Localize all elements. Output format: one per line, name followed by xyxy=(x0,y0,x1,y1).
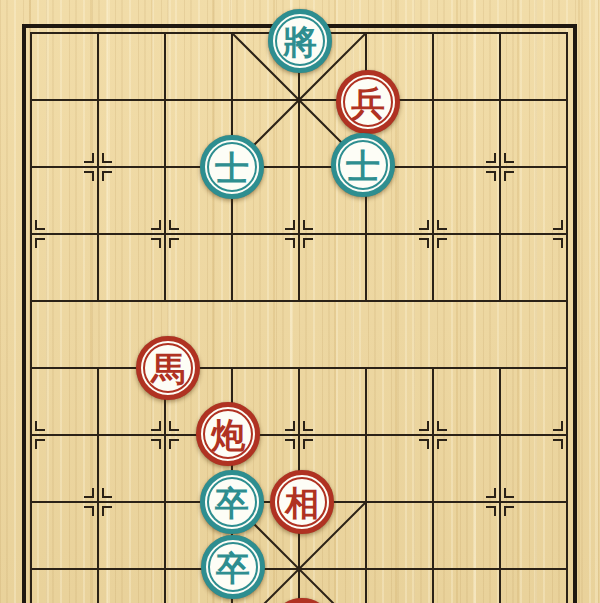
piece-glyph: 士 xyxy=(215,151,249,185)
piece-inner-ring: 士 xyxy=(207,142,257,192)
piece-layer: 將兵士士馬炮卒相卒帥 xyxy=(0,0,600,603)
piece-glyph: 相 xyxy=(285,486,319,520)
piece-black-soldier[interactable]: 卒 xyxy=(201,535,265,599)
piece-black-advisor[interactable]: 士 xyxy=(200,135,264,199)
piece-inner-ring: 相 xyxy=(277,477,327,527)
piece-inner-ring: 兵 xyxy=(343,77,393,127)
piece-inner-ring: 卒 xyxy=(207,477,257,527)
xiangqi-board: 將兵士士馬炮卒相卒帥 xyxy=(0,0,600,603)
piece-glyph: 馬 xyxy=(151,352,185,386)
piece-glyph: 卒 xyxy=(215,486,249,520)
piece-glyph: 士 xyxy=(346,149,380,183)
piece-black-general[interactable]: 將 xyxy=(268,9,332,73)
piece-inner-ring: 炮 xyxy=(203,409,253,459)
piece-red-elephant[interactable]: 相 xyxy=(270,470,334,534)
piece-black-soldier[interactable]: 卒 xyxy=(200,470,264,534)
piece-red-general[interactable]: 帥 xyxy=(270,598,334,603)
piece-glyph: 炮 xyxy=(211,418,245,452)
piece-inner-ring: 馬 xyxy=(143,343,193,393)
piece-black-advisor[interactable]: 士 xyxy=(331,133,395,197)
piece-red-soldier[interactable]: 兵 xyxy=(336,70,400,134)
piece-inner-ring: 士 xyxy=(338,140,388,190)
piece-red-horse[interactable]: 馬 xyxy=(136,336,200,400)
piece-glyph: 將 xyxy=(283,25,317,59)
piece-inner-ring: 將 xyxy=(275,16,325,66)
piece-glyph: 兵 xyxy=(351,86,385,120)
piece-inner-ring: 卒 xyxy=(208,542,258,592)
piece-red-cannon[interactable]: 炮 xyxy=(196,402,260,466)
piece-glyph: 卒 xyxy=(216,551,250,585)
